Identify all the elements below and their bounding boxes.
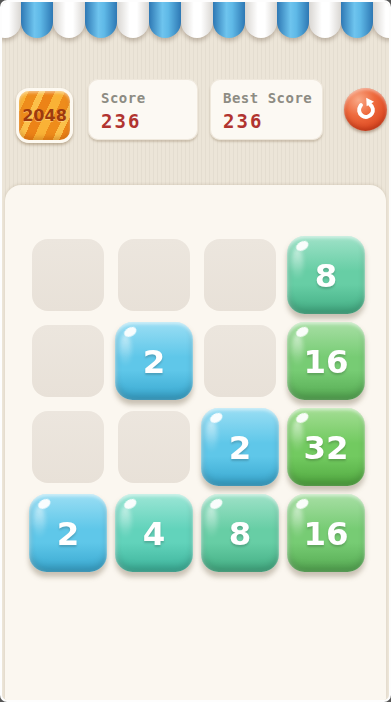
tile-2-r2c2: 2 [115, 322, 193, 400]
tile-8-r1c4: 8 [287, 236, 365, 314]
empty-cell-r1c3 [204, 239, 276, 311]
empty-cell-r3c2 [118, 411, 190, 483]
tile-16-r4c4: 16 [287, 494, 365, 572]
restart-button[interactable] [344, 88, 387, 131]
best-score-value: 236 [223, 108, 323, 134]
empty-cell-r1c1 [32, 239, 104, 311]
tile-4-r4c2: 4 [115, 494, 193, 572]
tile-8-r4c3: 8 [201, 494, 279, 572]
awning-stripe-blue [85, 2, 117, 38]
tile-number: 8 [229, 514, 252, 552]
restart-icon [353, 97, 379, 123]
awning-stripe-white [181, 2, 213, 38]
board-panel: 821623224816 [5, 185, 386, 700]
tile-number: 16 [303, 514, 348, 552]
empty-cell-r3c1 [32, 411, 104, 483]
tile-2-r3c3: 2 [201, 408, 279, 486]
awning-stripe-blue [341, 2, 373, 38]
awning-stripe-blue [277, 2, 309, 38]
score-value: 236 [101, 108, 198, 134]
awning-stripe-white [245, 2, 277, 38]
score-panel: Score 236 [88, 79, 198, 140]
empty-cell-r2c3 [204, 325, 276, 397]
tile-number: 32 [303, 428, 348, 466]
tile-number: 4 [143, 514, 166, 552]
awning-decoration [0, 2, 391, 38]
tile-number: 8 [315, 256, 338, 294]
app-logo-tile: 2048 [16, 88, 73, 143]
awning-stripe-white [373, 2, 391, 38]
app-logo-text: 2048 [22, 106, 67, 125]
empty-cell-r1c2 [118, 239, 190, 311]
awning-stripe-white [53, 2, 85, 38]
awning-stripe-blue [213, 2, 245, 38]
awning-stripe-white [117, 2, 149, 38]
board-grid[interactable]: 821623224816 [32, 239, 362, 569]
tile-number: 2 [143, 342, 166, 380]
tile-number: 2 [57, 514, 80, 552]
best-score-label: Best Score [223, 88, 323, 108]
tile-16-r2c4: 16 [287, 322, 365, 400]
awning-stripe-blue [149, 2, 181, 38]
tile-2-r4c1: 2 [29, 494, 107, 572]
score-label: Score [101, 88, 198, 108]
awning-stripe-white [309, 2, 341, 38]
tile-32-r3c4: 32 [287, 408, 365, 486]
tile-number: 2 [229, 428, 252, 466]
tile-number: 16 [303, 342, 348, 380]
app-screen: 2048 Score 236 Best Score 236 8216232248… [0, 0, 391, 702]
best-score-panel: Best Score 236 [210, 79, 323, 140]
awning-stripe-white [0, 2, 21, 38]
awning-stripe-blue [21, 2, 53, 38]
empty-cell-r2c1 [32, 325, 104, 397]
